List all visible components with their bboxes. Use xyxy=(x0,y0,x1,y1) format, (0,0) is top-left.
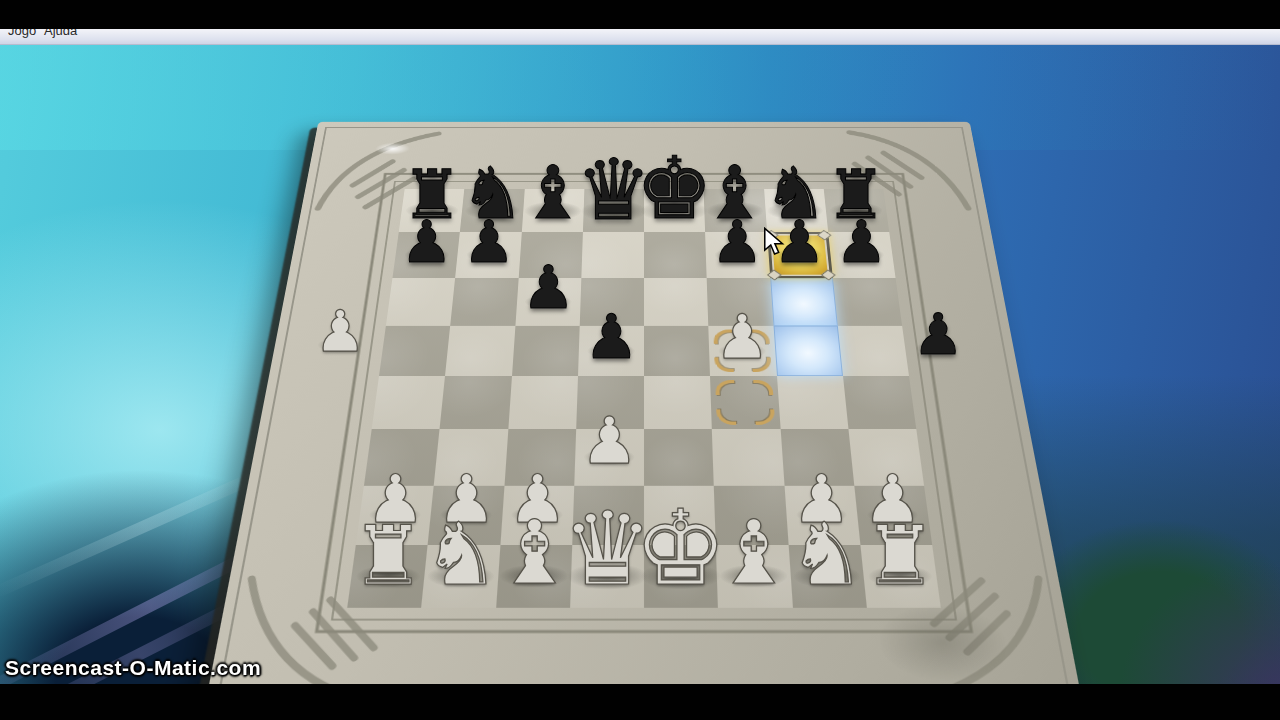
black-pawn-captured[interactable]: ♟ xyxy=(912,306,963,363)
white-bishop-f1[interactable]: ♝ xyxy=(714,510,793,598)
watermark: Screencast-O-Matic.com xyxy=(5,656,261,680)
square-a5[interactable] xyxy=(379,326,450,376)
top-black-bar xyxy=(0,0,1280,29)
square-b5[interactable] xyxy=(445,326,515,376)
white-pawn-captured[interactable]: ♟ xyxy=(314,303,365,360)
square-f3[interactable] xyxy=(712,429,784,485)
bottom-black-bar xyxy=(0,684,1280,720)
last-move-from-marker xyxy=(710,376,780,429)
square-c4[interactable] xyxy=(508,376,578,429)
mouse-cursor xyxy=(762,227,788,257)
legal-move-square-g6[interactable] xyxy=(770,278,838,326)
square-c5[interactable] xyxy=(512,326,580,376)
square-d7[interactable] xyxy=(581,232,644,277)
white-knight-g1[interactable]: ♞ xyxy=(788,512,865,598)
square-a6[interactable] xyxy=(386,278,455,326)
screen: Jogo Ajuda xyxy=(0,0,1280,720)
white-knight-b1[interactable]: ♞ xyxy=(423,512,500,598)
square-h4[interactable] xyxy=(843,376,917,429)
square-b6[interactable] xyxy=(450,278,518,326)
white-pawn-f5[interactable]: ♟ xyxy=(715,306,770,367)
square-b4[interactable] xyxy=(440,376,512,429)
black-pawn-h7[interactable]: ♟ xyxy=(835,213,887,271)
square-g4[interactable] xyxy=(777,376,849,429)
black-pawn-a7[interactable]: ♟ xyxy=(401,213,453,271)
white-rook-h1[interactable]: ♜ xyxy=(863,515,936,597)
black-pawn-f7[interactable]: ♟ xyxy=(711,213,763,271)
legal-move-square-g5[interactable] xyxy=(773,326,843,376)
chess-board-wrapper xyxy=(269,1,1019,720)
square-e5[interactable] xyxy=(644,326,710,376)
square-e3[interactable] xyxy=(644,429,714,485)
square-h5[interactable] xyxy=(838,326,909,376)
square-e7[interactable] xyxy=(644,232,707,277)
black-pawn-d5[interactable]: ♟ xyxy=(584,306,639,367)
white-pawn-d3[interactable]: ♟ xyxy=(581,410,639,475)
square-e4[interactable] xyxy=(644,376,712,429)
white-rook-a1[interactable]: ♜ xyxy=(352,515,425,597)
black-pawn-c6[interactable]: ♟ xyxy=(522,258,575,318)
square-h6[interactable] xyxy=(833,278,902,326)
square-a4[interactable] xyxy=(372,376,446,429)
square-e6[interactable] xyxy=(644,278,709,326)
black-pawn-b7[interactable]: ♟ xyxy=(463,213,515,271)
